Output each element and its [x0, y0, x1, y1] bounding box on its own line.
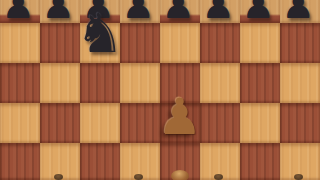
- square-a6[interactable]: [0, 23, 40, 63]
- black-pawn[interactable]: ♟: [198, 0, 238, 24]
- chess-app-screenshot: ♟♟♟♟♟♟♟♟♞♟: [0, 0, 320, 180]
- bottom-edge-piece-top-b: [54, 174, 63, 180]
- square-g5[interactable]: [240, 63, 280, 103]
- square-g4[interactable]: [240, 103, 280, 143]
- bottom-edge-piece-top-d: [134, 174, 143, 180]
- square-c4[interactable]: [80, 103, 120, 143]
- square-f6[interactable]: [200, 23, 240, 63]
- square-g3[interactable]: [240, 143, 280, 180]
- square-d4[interactable]: [120, 103, 160, 143]
- black-pawn[interactable]: ♟: [238, 0, 278, 24]
- square-b4[interactable]: [40, 103, 80, 143]
- bottom-edge-piece-top-e: [171, 170, 189, 180]
- square-a3[interactable]: [0, 143, 40, 180]
- square-b5[interactable]: [40, 63, 80, 103]
- square-c3[interactable]: [80, 143, 120, 180]
- square-e6[interactable]: [160, 23, 200, 63]
- square-f5[interactable]: [200, 63, 240, 103]
- square-g6[interactable]: [240, 23, 280, 63]
- black-pawn[interactable]: ♟: [158, 0, 198, 24]
- square-f4[interactable]: [200, 103, 240, 143]
- black-knight[interactable]: ♞: [78, 11, 122, 61]
- square-d5[interactable]: [120, 63, 160, 103]
- square-h5[interactable]: [280, 63, 320, 103]
- black-pawn[interactable]: ♟: [38, 0, 78, 24]
- black-pawn[interactable]: ♟: [0, 0, 38, 24]
- black-pawn[interactable]: ♟: [278, 0, 318, 24]
- square-h6[interactable]: [280, 23, 320, 63]
- square-a5[interactable]: [0, 63, 40, 103]
- white-pawn[interactable]: ♟: [159, 96, 201, 142]
- square-c5[interactable]: [80, 63, 120, 103]
- square-d6[interactable]: [120, 23, 160, 63]
- bottom-edge-piece-top-h: [294, 174, 303, 180]
- square-a4[interactable]: [0, 103, 40, 143]
- bottom-edge-piece-top-f: [214, 174, 223, 180]
- square-h4[interactable]: [280, 103, 320, 143]
- square-b6[interactable]: [40, 23, 80, 63]
